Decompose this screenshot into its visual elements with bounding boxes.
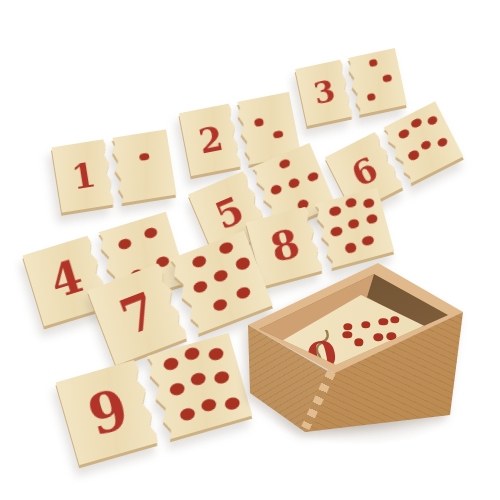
numeral-half: 2 [179, 103, 243, 176]
count-dot [273, 130, 284, 139]
count-dot [420, 139, 433, 151]
numeral-4: 4 [46, 255, 88, 306]
count-dot [426, 115, 439, 127]
count-dot [383, 74, 393, 82]
count-dot [192, 279, 209, 294]
count-dot [344, 242, 357, 254]
numeral-half: 3 [295, 59, 354, 126]
count-dot [343, 323, 352, 330]
count-dot [329, 205, 342, 217]
wooden-box[interactable]: 0 [243, 255, 483, 455]
count-dot [144, 227, 159, 240]
count-dot [390, 316, 399, 323]
count-dot [139, 152, 150, 161]
count-dot [200, 397, 218, 413]
count-dot [410, 117, 423, 129]
count-dot [366, 93, 376, 101]
count-dot [369, 59, 379, 67]
count-dot [269, 183, 283, 195]
count-dot [278, 158, 292, 170]
numeral-9: 9 [83, 381, 134, 443]
puzzle-piece-9[interactable]: 9 [56, 333, 253, 465]
count-dot [354, 338, 363, 345]
count-dot [344, 197, 357, 209]
numeral-6: 6 [346, 151, 383, 192]
count-dot [436, 136, 449, 148]
product-photo-number-puzzle: 1 2 3 6 5 4 8 7 [0, 0, 500, 500]
count-dot [184, 346, 202, 362]
numeral-2: 2 [196, 121, 226, 159]
count-dot [163, 356, 181, 372]
count-dot [407, 149, 420, 161]
count-dot [365, 213, 378, 225]
count-dot [208, 346, 226, 362]
count-dot [362, 198, 375, 210]
count-dot [306, 171, 320, 183]
puzzle-piece-1[interactable]: 1 [52, 129, 177, 212]
count-dot [211, 297, 228, 312]
count-dot [347, 218, 360, 230]
count-dot [398, 128, 411, 140]
count-dot [191, 254, 208, 269]
count-dot [217, 240, 234, 255]
count-dot [330, 225, 343, 237]
count-dot [213, 370, 231, 386]
count-dot [361, 321, 370, 328]
numeral-3: 3 [311, 76, 338, 110]
count-dot [374, 334, 383, 341]
count-dot [212, 268, 229, 283]
count-dot [254, 118, 265, 127]
count-dot [343, 331, 352, 338]
numeral-1: 1 [69, 157, 98, 194]
puzzle-piece-3[interactable]: 3 [295, 48, 407, 126]
numeral-7: 7 [114, 285, 162, 342]
count-dot [379, 318, 388, 325]
numeral-half: 1 [52, 139, 116, 213]
numeral-5: 5 [210, 191, 249, 236]
count-dot [118, 238, 133, 251]
dots-half [346, 48, 407, 115]
count-dot [288, 177, 302, 189]
count-dot [361, 235, 374, 247]
count-dot [168, 381, 186, 397]
dots-half [110, 129, 176, 203]
count-dot [179, 407, 197, 423]
count-dot [189, 371, 207, 387]
numeral-half: 9 [56, 359, 161, 465]
